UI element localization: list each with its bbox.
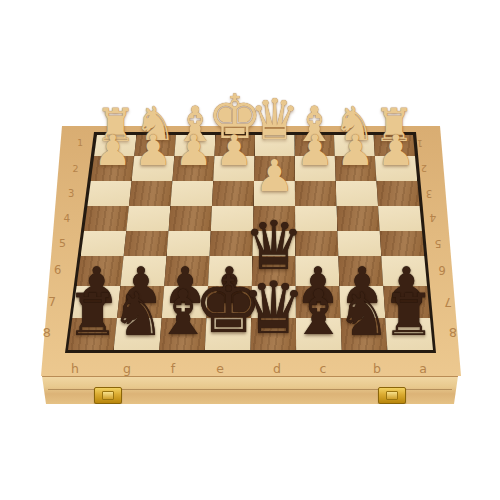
rank-label-left-1: 1 [77,138,83,148]
square-h4[interactable] [84,206,129,231]
rank-label-left-3: 3 [68,188,74,199]
square-b3[interactable] [336,181,378,206]
white-pawn-f2[interactable]: ♟ [175,130,213,172]
rank-label-right-8: 8 [449,325,457,340]
file-label-g: g [123,361,131,376]
square-g4[interactable] [126,206,170,231]
white-pawn-c2[interactable]: ♟ [296,130,334,172]
rank-label-left-7: 7 [48,295,56,309]
square-f4[interactable] [169,206,212,231]
rank-label-left-2: 2 [73,163,79,174]
square-a3[interactable] [376,181,419,206]
brass-clasp-left [94,387,122,404]
square-f5[interactable] [167,231,211,256]
square-b5[interactable] [337,231,381,256]
square-f3[interactable] [170,181,213,206]
chess-set-product-photo: hgfedcba1122334455667788♜♞♝♚♛♝♞♜♟♟♟♟♟♟♟♟… [0,0,500,500]
rank-label-right-2: 2 [421,163,427,174]
square-c3[interactable] [295,181,337,206]
brass-clasp-right [378,387,406,404]
rank-label-right-7: 7 [444,295,452,309]
rank-label-left-6: 6 [54,263,61,277]
square-e3[interactable] [212,181,254,206]
file-label-f: f [171,361,175,376]
square-g5[interactable] [124,231,169,256]
rank-label-right-6: 6 [439,263,446,277]
file-label-h: h [71,361,79,376]
white-pawn-h2[interactable]: ♟ [94,130,132,172]
file-label-b: b [373,361,381,376]
file-label-e: e [216,361,224,376]
white-pawn-a2[interactable]: ♟ [377,130,415,172]
rank-label-left-5: 5 [59,237,66,250]
square-h3[interactable] [87,181,131,206]
white-pawn-g2[interactable]: ♟ [134,130,172,172]
board-front-edge [42,376,458,405]
file-label-a: a [419,361,427,376]
square-a5[interactable] [380,231,425,256]
rank-label-left-4: 4 [63,212,70,224]
white-pawn-b2[interactable]: ♟ [337,130,375,172]
square-b4[interactable] [337,206,380,231]
rank-label-right-3: 3 [426,188,432,199]
rank-label-right-1: 1 [417,138,423,148]
square-h5[interactable] [81,231,127,256]
rank-label-right-4: 4 [430,212,437,224]
square-a4[interactable] [378,206,422,231]
file-label-d: d [273,361,281,376]
square-g3[interactable] [129,181,172,206]
file-label-c: c [320,361,327,376]
rank-label-left-8: 8 [43,325,51,340]
rank-label-right-5: 5 [434,237,441,250]
black-rook-a8[interactable]: ♜ [383,286,435,344]
white-pawn-d3[interactable]: ♟ [255,154,294,198]
white-pawn-e2[interactable]: ♟ [215,130,253,172]
